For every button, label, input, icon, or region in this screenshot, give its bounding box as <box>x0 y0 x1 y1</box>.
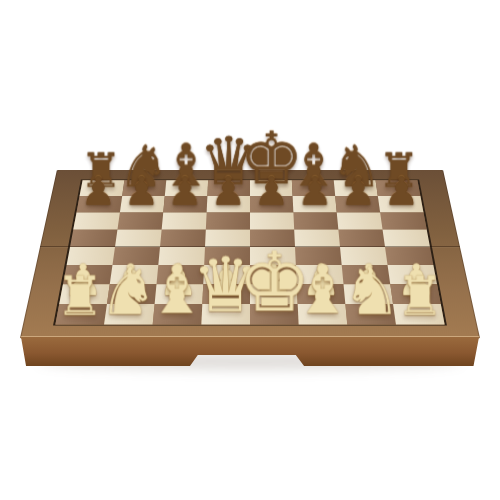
handle-notch <box>211 355 309 366</box>
square-b3 <box>110 265 159 284</box>
square-a3 <box>63 265 112 284</box>
square-c1: ♝ <box>153 304 203 325</box>
square-h2: ♟ <box>390 284 440 304</box>
square-b7: ♟ <box>120 196 165 212</box>
square-d6 <box>206 212 250 229</box>
square-a4 <box>67 247 115 265</box>
square-c8: ♝ <box>165 180 208 196</box>
square-a5 <box>70 229 117 247</box>
square-a6 <box>73 212 120 229</box>
square-c5 <box>160 229 206 247</box>
square-c7: ♟ <box>163 196 207 212</box>
square-h7: ♟ <box>378 196 424 212</box>
square-f3 <box>296 265 344 284</box>
square-f5 <box>294 229 340 247</box>
square-f4 <box>295 247 342 265</box>
square-g4 <box>340 247 388 265</box>
square-f1: ♝ <box>298 304 348 325</box>
square-f2: ♟ <box>297 284 346 304</box>
square-b4 <box>112 247 160 265</box>
square-a7: ♟ <box>77 196 123 212</box>
square-b5 <box>115 229 162 247</box>
square-h5 <box>383 229 430 247</box>
square-d7: ♟ <box>207 196 250 212</box>
square-c2: ♟ <box>155 284 204 304</box>
square-d4 <box>204 247 250 265</box>
square-f8: ♝ <box>292 180 335 196</box>
square-e1: ♚ <box>250 304 299 325</box>
square-e3 <box>250 265 297 284</box>
square-d1: ♛ <box>201 304 250 325</box>
square-b8: ♞ <box>122 180 166 196</box>
square-b6 <box>117 212 163 229</box>
square-b1: ♞ <box>104 304 155 325</box>
white-bishop: ♝ <box>120 256 233 323</box>
square-c6 <box>162 212 207 229</box>
square-e2: ♟ <box>250 284 298 304</box>
square-g3 <box>342 265 391 284</box>
square-g7: ♟ <box>335 196 380 212</box>
chess-set-photo: ♜♞♝♛♚♝♞♜♟♟♟♟♟♟♟♟♟♟♟♟♟♟♟♟♜♞♝♛♚♝♞♜ <box>0 0 500 500</box>
square-c3 <box>156 265 204 284</box>
square-b2: ♟ <box>107 284 157 304</box>
square-a2: ♟ <box>59 284 109 304</box>
square-h3 <box>388 265 437 284</box>
square-g8: ♞ <box>334 180 378 196</box>
square-a1: ♜ <box>55 304 107 325</box>
square-d2: ♟ <box>202 284 250 304</box>
square-e7: ♟ <box>250 196 293 212</box>
board-3d-stage: ♜♞♝♛♚♝♞♜♟♟♟♟♟♟♟♟♟♟♟♟♟♟♟♟♜♞♝♛♚♝♞♜ <box>40 37 460 457</box>
square-e4 <box>250 247 296 265</box>
square-g2: ♟ <box>344 284 394 304</box>
square-h4 <box>385 247 433 265</box>
square-h1: ♜ <box>393 304 445 325</box>
square-g5 <box>338 229 385 247</box>
board-fold-seam <box>40 246 460 247</box>
square-f6 <box>293 212 338 229</box>
square-e6 <box>250 212 294 229</box>
chessboard-squares: ♜♞♝♛♚♝♞♜♟♟♟♟♟♟♟♟♟♟♟♟♟♟♟♟♜♞♝♛♚♝♞♜ <box>53 180 447 326</box>
square-f7: ♟ <box>293 196 337 212</box>
chessboard: ♜♞♝♛♚♝♞♜♟♟♟♟♟♟♟♟♟♟♟♟♟♟♟♟♜♞♝♛♚♝♞♜ <box>20 170 480 339</box>
square-c4 <box>158 247 205 265</box>
square-g6 <box>337 212 383 229</box>
square-h6 <box>380 212 427 229</box>
square-g1: ♞ <box>345 304 396 325</box>
square-d3 <box>203 265 250 284</box>
square-d8: ♛ <box>207 180 250 196</box>
square-e5 <box>250 229 295 247</box>
square-h8: ♜ <box>376 180 421 196</box>
square-a8: ♜ <box>80 180 125 196</box>
square-e8: ♚ <box>250 180 293 196</box>
square-d5 <box>205 229 250 247</box>
white-bishop: ♝ <box>266 256 379 323</box>
